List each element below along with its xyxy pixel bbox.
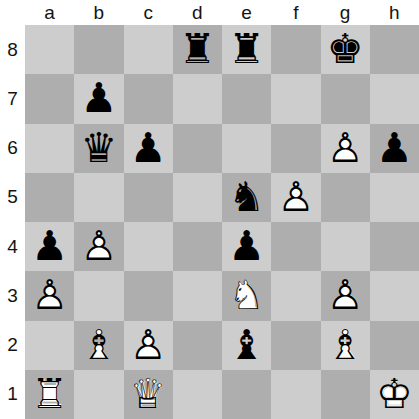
square-c7[interactable] — [124, 74, 173, 123]
piece-white-pawn-fill: ♟ — [322, 272, 369, 319]
square-e4[interactable]: ♟ — [222, 222, 271, 271]
rank-label-7: 7 — [0, 74, 25, 123]
piece-white-pawn-fill: ♟ — [26, 272, 73, 319]
chess-board: abcdefgh8♜♜♚7♟6♛♟♟♙♟5♞♟♙4♟♟♙♟3♟♙♞♘♟♙2♝♗♟… — [0, 0, 419, 419]
square-f8[interactable] — [271, 25, 320, 74]
piece-black-pawn: ♟ — [222, 222, 271, 271]
square-h5[interactable] — [370, 173, 419, 222]
piece-white-pawn-fill: ♟ — [125, 322, 172, 369]
square-f7[interactable] — [271, 74, 320, 123]
square-c5[interactable] — [124, 173, 173, 222]
piece-white-bishop: ♗ — [74, 321, 123, 370]
square-b2[interactable]: ♝♗ — [74, 321, 123, 370]
piece-black-rook: ♜ — [222, 25, 271, 74]
square-a1[interactable]: ♜♖ — [25, 370, 74, 419]
square-g5[interactable] — [321, 173, 370, 222]
corner-spacer — [0, 0, 25, 25]
square-h4[interactable] — [370, 222, 419, 271]
piece-black-rook: ♜ — [173, 25, 222, 74]
square-c3[interactable] — [124, 271, 173, 320]
square-d5[interactable] — [173, 173, 222, 222]
piece-white-pawn: ♙ — [321, 271, 370, 320]
square-d3[interactable] — [173, 271, 222, 320]
piece-white-pawn: ♙ — [124, 321, 173, 370]
rank-label-6: 6 — [0, 124, 25, 173]
piece-white-rook-fill: ♜ — [26, 371, 73, 418]
square-d1[interactable] — [173, 370, 222, 419]
rank-label-3: 3 — [0, 271, 25, 320]
square-e2[interactable]: ♝ — [222, 321, 271, 370]
file-label-g: g — [321, 0, 370, 25]
piece-white-knight-fill: ♞ — [223, 272, 270, 319]
square-a6[interactable] — [25, 124, 74, 173]
piece-white-rook: ♖ — [25, 370, 74, 419]
piece-white-bishop-fill: ♝ — [322, 322, 369, 369]
piece-black-pawn: ♟ — [74, 74, 123, 123]
piece-white-pawn: ♙ — [321, 124, 370, 173]
piece-black-queen: ♛ — [74, 124, 123, 173]
piece-white-queen: ♕ — [124, 370, 173, 419]
square-f6[interactable] — [271, 124, 320, 173]
rank-label-4: 4 — [0, 222, 25, 271]
square-a8[interactable] — [25, 25, 74, 74]
piece-black-pawn: ♟ — [370, 124, 419, 173]
square-h7[interactable] — [370, 74, 419, 123]
square-e3[interactable]: ♞♘ — [222, 271, 271, 320]
square-d8[interactable]: ♜ — [173, 25, 222, 74]
square-g4[interactable] — [321, 222, 370, 271]
square-g8[interactable]: ♚ — [321, 25, 370, 74]
piece-white-bishop: ♗ — [321, 321, 370, 370]
rank-label-1: 1 — [0, 370, 25, 419]
file-label-f: f — [271, 0, 320, 25]
piece-white-pawn-fill: ♟ — [75, 223, 122, 270]
square-d6[interactable] — [173, 124, 222, 173]
square-a7[interactable] — [25, 74, 74, 123]
square-f5[interactable]: ♟♙ — [271, 173, 320, 222]
square-e8[interactable]: ♜ — [222, 25, 271, 74]
piece-white-pawn: ♙ — [25, 271, 74, 320]
piece-black-bishop: ♝ — [222, 321, 271, 370]
piece-white-pawn-fill: ♟ — [272, 174, 319, 221]
square-c8[interactable] — [124, 25, 173, 74]
square-b4[interactable]: ♟♙ — [74, 222, 123, 271]
file-label-e: e — [222, 0, 271, 25]
piece-white-pawn: ♙ — [74, 222, 123, 271]
square-h1[interactable]: ♚♔ — [370, 370, 419, 419]
square-e5[interactable]: ♞ — [222, 173, 271, 222]
square-b6[interactable]: ♛ — [74, 124, 123, 173]
piece-white-king-fill: ♚ — [371, 371, 418, 418]
square-g3[interactable]: ♟♙ — [321, 271, 370, 320]
square-a3[interactable]: ♟♙ — [25, 271, 74, 320]
piece-white-king: ♔ — [370, 370, 419, 419]
square-g7[interactable] — [321, 74, 370, 123]
square-d2[interactable] — [173, 321, 222, 370]
square-g1[interactable] — [321, 370, 370, 419]
piece-white-queen-fill: ♛ — [125, 371, 172, 418]
piece-white-bishop-fill: ♝ — [75, 322, 122, 369]
square-c1[interactable]: ♛♕ — [124, 370, 173, 419]
square-f2[interactable] — [271, 321, 320, 370]
square-b3[interactable] — [74, 271, 123, 320]
square-a2[interactable] — [25, 321, 74, 370]
square-a5[interactable] — [25, 173, 74, 222]
piece-white-pawn-fill: ♟ — [322, 125, 369, 172]
piece-white-knight: ♘ — [222, 271, 271, 320]
square-e6[interactable] — [222, 124, 271, 173]
square-c2[interactable]: ♟♙ — [124, 321, 173, 370]
file-label-d: d — [173, 0, 222, 25]
piece-white-pawn: ♙ — [271, 173, 320, 222]
square-f1[interactable] — [271, 370, 320, 419]
square-h2[interactable] — [370, 321, 419, 370]
square-e1[interactable] — [222, 370, 271, 419]
square-b1[interactable] — [74, 370, 123, 419]
square-h3[interactable] — [370, 271, 419, 320]
square-c6[interactable]: ♟ — [124, 124, 173, 173]
file-label-c: c — [124, 0, 173, 25]
chess-diagram: abcdefgh8♜♜♚7♟6♛♟♟♙♟5♞♟♙4♟♟♙♟3♟♙♞♘♟♙2♝♗♟… — [0, 0, 419, 419]
piece-black-pawn: ♟ — [25, 222, 74, 271]
square-b7[interactable]: ♟ — [74, 74, 123, 123]
piece-black-pawn: ♟ — [124, 124, 173, 173]
square-f4[interactable] — [271, 222, 320, 271]
square-b8[interactable] — [74, 25, 123, 74]
rank-label-2: 2 — [0, 321, 25, 370]
file-label-h: h — [370, 0, 419, 25]
square-h8[interactable] — [370, 25, 419, 74]
rank-label-5: 5 — [0, 173, 25, 222]
square-e7[interactable] — [222, 74, 271, 123]
piece-black-knight: ♞ — [222, 173, 271, 222]
file-label-a: a — [25, 0, 74, 25]
square-f3[interactable] — [271, 271, 320, 320]
square-b5[interactable] — [74, 173, 123, 222]
square-g6[interactable]: ♟♙ — [321, 124, 370, 173]
file-label-b: b — [74, 0, 123, 25]
rank-label-8: 8 — [0, 25, 25, 74]
square-h6[interactable]: ♟ — [370, 124, 419, 173]
square-d4[interactable] — [173, 222, 222, 271]
square-d7[interactable] — [173, 74, 222, 123]
piece-black-king: ♚ — [321, 25, 370, 74]
square-a4[interactable]: ♟ — [25, 222, 74, 271]
square-c4[interactable] — [124, 222, 173, 271]
square-g2[interactable]: ♝♗ — [321, 321, 370, 370]
